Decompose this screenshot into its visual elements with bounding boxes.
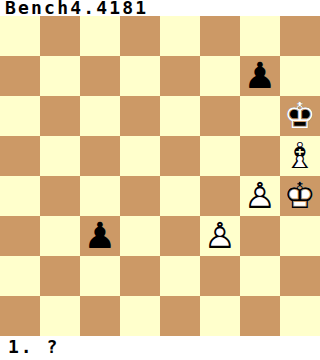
white-bishop-icon: ♝: [280, 136, 320, 176]
square-h1[interactable]: [280, 296, 320, 336]
square-h7[interactable]: [280, 56, 320, 96]
white-pawn-icon: ♟: [200, 216, 240, 256]
chess-board: ♟♚♔♝♗♟♙♚♔♟♟♙: [0, 16, 320, 336]
square-f7[interactable]: [200, 56, 240, 96]
white-king-outline-icon: ♔: [280, 176, 320, 216]
square-b3[interactable]: [40, 216, 80, 256]
square-d7[interactable]: [120, 56, 160, 96]
square-f8[interactable]: [200, 16, 240, 56]
square-e2[interactable]: [160, 256, 200, 296]
white-bishop-outline-icon: ♗: [280, 136, 320, 176]
square-e6[interactable]: [160, 96, 200, 136]
square-e7[interactable]: [160, 56, 200, 96]
square-b1[interactable]: [40, 296, 80, 336]
square-a7[interactable]: [0, 56, 40, 96]
square-d6[interactable]: [120, 96, 160, 136]
square-g2[interactable]: [240, 256, 280, 296]
square-e5[interactable]: [160, 136, 200, 176]
square-d4[interactable]: [120, 176, 160, 216]
square-g4[interactable]: ♟♙: [240, 176, 280, 216]
black-pawn-icon: ♟: [240, 56, 280, 96]
square-c7[interactable]: [80, 56, 120, 96]
square-a5[interactable]: [0, 136, 40, 176]
square-c6[interactable]: [80, 96, 120, 136]
square-g3[interactable]: [240, 216, 280, 256]
square-a3[interactable]: [0, 216, 40, 256]
white-pawn-icon: ♟: [240, 176, 280, 216]
square-b6[interactable]: [40, 96, 80, 136]
white-pawn-outline-icon: ♙: [240, 176, 280, 216]
square-h5[interactable]: ♝♗: [280, 136, 320, 176]
white-pawn-outline-icon: ♙: [200, 216, 240, 256]
move-prompt: 1. ?: [0, 336, 320, 360]
square-a1[interactable]: [0, 296, 40, 336]
square-e1[interactable]: [160, 296, 200, 336]
square-a6[interactable]: [0, 96, 40, 136]
black-king-icon: ♚: [280, 96, 320, 136]
white-king-icon: ♚: [280, 176, 320, 216]
square-e8[interactable]: [160, 16, 200, 56]
square-a2[interactable]: [0, 256, 40, 296]
square-g1[interactable]: [240, 296, 280, 336]
square-g8[interactable]: [240, 16, 280, 56]
square-a8[interactable]: [0, 16, 40, 56]
square-f5[interactable]: [200, 136, 240, 176]
black-king-outline-icon: ♔: [280, 96, 320, 136]
square-h6[interactable]: ♚♔: [280, 96, 320, 136]
square-b8[interactable]: [40, 16, 80, 56]
square-d3[interactable]: [120, 216, 160, 256]
square-f3[interactable]: ♟♙: [200, 216, 240, 256]
square-b2[interactable]: [40, 256, 80, 296]
square-h4[interactable]: ♚♔: [280, 176, 320, 216]
square-c2[interactable]: [80, 256, 120, 296]
square-g6[interactable]: [240, 96, 280, 136]
square-h8[interactable]: [280, 16, 320, 56]
square-e3[interactable]: [160, 216, 200, 256]
square-g7[interactable]: ♟: [240, 56, 280, 96]
square-f1[interactable]: [200, 296, 240, 336]
square-f6[interactable]: [200, 96, 240, 136]
square-c8[interactable]: [80, 16, 120, 56]
square-d5[interactable]: [120, 136, 160, 176]
square-a4[interactable]: [0, 176, 40, 216]
square-c5[interactable]: [80, 136, 120, 176]
square-f2[interactable]: [200, 256, 240, 296]
square-d2[interactable]: [120, 256, 160, 296]
square-f4[interactable]: [200, 176, 240, 216]
square-b7[interactable]: [40, 56, 80, 96]
square-b5[interactable]: [40, 136, 80, 176]
square-c4[interactable]: [80, 176, 120, 216]
square-h2[interactable]: [280, 256, 320, 296]
square-c3[interactable]: ♟: [80, 216, 120, 256]
square-d1[interactable]: [120, 296, 160, 336]
position-title: Bench4.4181: [0, 0, 320, 16]
square-d8[interactable]: [120, 16, 160, 56]
square-e4[interactable]: [160, 176, 200, 216]
square-c1[interactable]: [80, 296, 120, 336]
square-b4[interactable]: [40, 176, 80, 216]
square-g5[interactable]: [240, 136, 280, 176]
square-h3[interactable]: [280, 216, 320, 256]
black-pawn-icon: ♟: [80, 216, 120, 256]
